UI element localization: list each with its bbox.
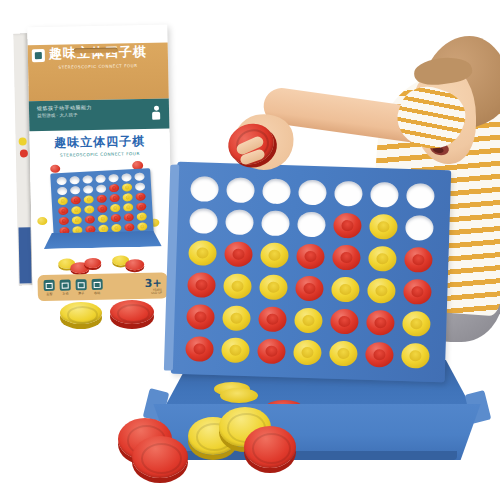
cell-r1-c6-empty [366,178,403,211]
box-top-band: 趣味立体四子棋 STEREOSCOPIC CONNECT FOUR [28,42,169,101]
spine-yellow-disc [19,137,27,145]
age-person-icon [151,106,161,120]
cell-r5-c5-red [326,305,363,338]
cell-r5-c7-yellow [398,307,435,340]
hang-slot [74,47,118,53]
cell-r4-c3-yellow [255,270,292,303]
cell-r6-c4-yellow [289,335,326,368]
cell-r2-c1-empty [185,204,222,237]
cell-r5-c1-red [182,300,219,333]
cell-r3-c4-red [292,239,329,272]
cell-r1-c5-empty [330,177,367,210]
feature-family-icon: 亲子 [76,279,87,295]
cell-r1-c4-empty [294,175,331,208]
cell-r5-c4-yellow [290,303,327,336]
loose-red-disc [84,258,101,268]
cell-r6-c5-yellow [325,337,362,370]
tray-yellow-disc [220,388,258,403]
cell-r2-c4-empty [293,207,330,240]
cell-r5-c6-red [362,306,399,339]
cell-r6-c7-yellow [135,221,149,232]
cell-r6-c1-red [181,332,218,365]
cell-r2-c7-empty [401,211,438,244]
loose-red-disc [125,259,144,270]
cell-r2-c5-red [329,209,366,242]
spine-red-disc [20,149,28,157]
cell-r2-c6-yellow [365,210,402,243]
cell-r4-c2-yellow [219,269,256,302]
cell-r5-c2-yellow [218,301,255,334]
cell-r4-c5-yellow [327,273,364,306]
cell-r6-c6-red [122,222,136,233]
mini-board-panel [50,168,154,239]
connect-four-board [148,156,494,464]
cell-r5-c3-red [254,302,291,335]
main-board-grid [181,172,439,372]
cell-r1-c2-empty [222,173,259,206]
cell-r6-c2-yellow [217,333,254,366]
cell-r1-c1-empty [186,172,223,205]
cell-r3-c6-yellow [364,242,401,275]
box-title-english: STEREOSCOPIC CONNECT FOUR [28,62,168,70]
cell-r1-c3-empty [258,174,295,207]
cell-r3-c3-yellow [256,238,293,271]
cell-r6-c6-red [361,338,398,371]
feature-brain-icon: 益智 [44,280,55,296]
flying-yellow-disc [37,217,47,225]
cell-r6-c3-red [253,334,290,367]
cell-r4-c7-red [399,275,436,308]
teal-band-line2: 益智游戏 · 大人孩子 [37,110,169,118]
mini-board-grid [54,171,148,236]
cell-r3-c2-red [220,237,257,270]
feature-storage-icon: 收纳 [92,279,103,295]
cell-r2-c2-empty [221,205,258,238]
floor-red-disc [132,436,188,478]
cell-r1-c7-empty [402,179,439,212]
cell-r3-c5-red [328,241,365,274]
flying-red-disc [50,165,60,173]
cell-r4-c4-red [291,271,328,304]
cell-r6-c7-yellow [397,339,434,372]
cell-r3-c7-red [400,243,437,276]
brand-logo [32,49,45,62]
board-back-panel [171,162,452,383]
mini-board-tray [44,231,162,249]
floor-red-disc [244,426,296,468]
panel-title-chinese: 趣味立体四子棋 [30,132,170,152]
box-teal-band: 锻炼孩子动手动脑能力 益智游戏 · 大人孩子 [29,98,170,131]
cell-r3-c1-yellow [184,236,221,269]
cell-r4-c6-yellow [363,274,400,307]
spine-blue-panel [18,227,31,283]
floor-yellow-disc [60,302,102,324]
product-photo-scene: 趣味立体四子棋 STEREOSCOPIC CONNECT FOUR 锻炼孩子动手… [0,0,500,500]
feature-hands-icon: 互动 [60,279,71,295]
cell-r4-c1-red [183,268,220,301]
floor-red-disc [110,300,154,324]
cell-r2-c3-empty [257,206,294,239]
